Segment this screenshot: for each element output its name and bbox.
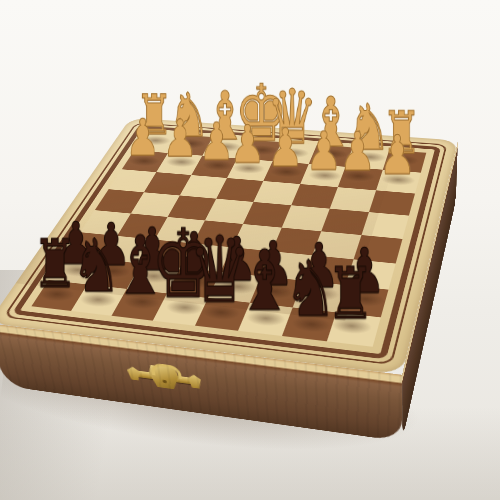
- photo-stage: ♜♞♝♚♛♝♞♜♟♟♟♟♟♟♟♟♟♟♟♟♟♟♟♟♜♞♝♚♛♝♞♜: [0, 0, 500, 500]
- brass-clasp[interactable]: [127, 359, 201, 396]
- clasp-hook: [150, 362, 182, 378]
- clasp-plate: [148, 365, 181, 390]
- clasp-bar: [131, 370, 197, 385]
- chess-box: ♜♞♝♚♛♝♞♜♟♟♟♟♟♟♟♟♟♟♟♟♟♟♟♟♜♞♝♚♛♝♞♜: [0, 118, 458, 375]
- clasp-screw: [162, 380, 167, 384]
- piece-black-rook[interactable]: ♜: [326, 259, 374, 330]
- scene: ♜♞♝♚♛♝♞♜♟♟♟♟♟♟♟♟♟♟♟♟♟♟♟♟♜♞♝♚♛♝♞♜: [0, 0, 500, 500]
- clasp-finial-right: [187, 374, 202, 389]
- clasp-finial-left: [126, 366, 141, 381]
